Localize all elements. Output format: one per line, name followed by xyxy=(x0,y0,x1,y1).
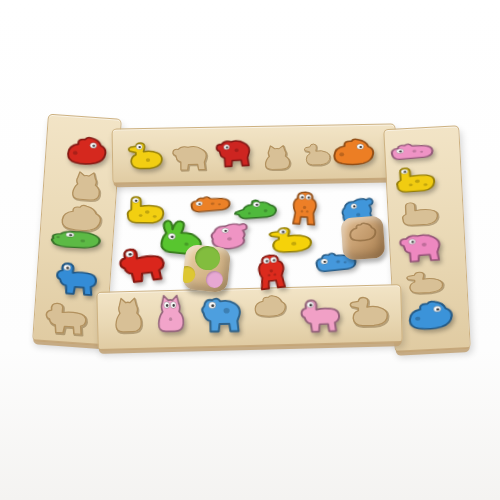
pink-dot-right xyxy=(205,270,224,289)
piece-red-tiger[interactable] xyxy=(247,249,297,295)
piece-green-hippo[interactable] xyxy=(44,223,105,257)
piece-pink-horse[interactable] xyxy=(293,294,343,339)
piece-orange-curled-cat[interactable] xyxy=(329,136,379,175)
piece-yellow-duck[interactable] xyxy=(123,138,167,177)
cutout-horse-left xyxy=(37,297,92,341)
cutout-elephant-top xyxy=(169,142,212,176)
cutout-squirrel-bottom xyxy=(251,293,290,325)
cutout-cat-bottom xyxy=(107,293,150,338)
piece-yellow-giraffe-tray[interactable] xyxy=(388,163,439,199)
piece-blue-curled-squirrel[interactable] xyxy=(403,296,459,341)
piece-pink-sitting-cat[interactable] xyxy=(150,290,192,338)
cutout-duck-bottom xyxy=(344,292,393,335)
piece-red-squirrel[interactable] xyxy=(62,133,110,175)
piece-blue-dog[interactable] xyxy=(194,292,246,340)
green-dot-top xyxy=(194,245,221,272)
cutout-cat-top xyxy=(257,142,298,174)
cutout-giraffe-right xyxy=(394,199,442,232)
die-engraved-animals[interactable] xyxy=(341,216,386,261)
cutout-duck-right xyxy=(400,267,448,300)
product-photo-wooden-animal-puzzle xyxy=(0,0,500,500)
piece-red-rearing-horse[interactable] xyxy=(109,240,170,291)
die-color-dots[interactable] xyxy=(182,244,231,293)
piece-blue-horse[interactable] xyxy=(48,257,102,301)
piece-pink-elephant-tray[interactable] xyxy=(395,228,446,268)
engraved-animal-outline-icon xyxy=(346,220,380,248)
yellow-dot-left xyxy=(182,265,196,284)
piece-red-elephant[interactable] xyxy=(212,135,255,173)
